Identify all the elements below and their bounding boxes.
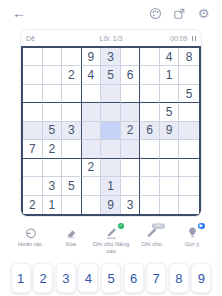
timer-value: 00:09 (170, 35, 188, 42)
cell-r8c9[interactable] (179, 177, 199, 195)
numpad-7[interactable]: 7 (146, 263, 166, 293)
cell-r8c3[interactable]: 5 (62, 177, 82, 195)
cell-r1c8[interactable]: 4 (160, 48, 180, 66)
numpad-9[interactable]: 9 (191, 263, 211, 293)
cell-r5c8[interactable]: 9 (160, 122, 180, 140)
cell-r4c6[interactable] (121, 103, 141, 121)
cell-r9c9[interactable] (179, 196, 199, 214)
cell-r9c6[interactable]: 3 (121, 196, 141, 214)
cell-r8c5[interactable]: 1 (101, 177, 121, 195)
cell-r7c4[interactable]: 2 (82, 159, 102, 177)
cell-r3c4[interactable] (82, 85, 102, 103)
notes-pencil-icon (132, 226, 172, 239)
cell-r7c3[interactable] (62, 159, 82, 177)
cell-r1c3[interactable] (62, 48, 82, 66)
cell-r2c8[interactable]: 1 (160, 66, 180, 84)
undo-button[interactable]: Hoàn tác (10, 226, 50, 255)
hint-button[interactable]: ▶ Gợi ý (172, 226, 212, 255)
cell-r1c4[interactable]: 9 (82, 48, 102, 66)
cell-r2c3[interactable]: 2 (62, 66, 82, 84)
numpad-3[interactable]: 3 (56, 263, 76, 293)
cell-r5c2[interactable]: 5 (43, 122, 63, 140)
cell-r8c4[interactable] (82, 177, 102, 195)
cell-r5c9[interactable] (179, 122, 199, 140)
cell-r1c2[interactable] (43, 48, 63, 66)
cell-r7c6[interactable] (121, 159, 141, 177)
cell-r5c6[interactable]: 2 (121, 122, 141, 140)
top-bar: ← ⚙ (0, 0, 222, 26)
numpad-8[interactable]: 8 (169, 263, 189, 293)
cell-r3c6[interactable] (121, 85, 141, 103)
cell-r6c3[interactable] (62, 140, 82, 158)
cell-r9c5[interactable]: 9 (101, 196, 121, 214)
pause-button[interactable] (192, 36, 197, 41)
cell-r2c5[interactable]: 5 (101, 66, 121, 84)
numpad-1[interactable]: 1 (11, 263, 31, 293)
cell-r6c8[interactable] (160, 140, 180, 158)
cell-r6c4[interactable] (82, 140, 102, 158)
cell-r8c2[interactable]: 3 (43, 177, 63, 195)
hint-badge: ▶ (198, 223, 205, 229)
cell-r8c1[interactable] (23, 177, 43, 195)
cell-r3c9[interactable]: 5 (179, 85, 199, 103)
cell-r6c1[interactable]: 7 (23, 140, 43, 158)
cell-r6c9[interactable] (179, 140, 199, 158)
cell-r7c2[interactable] (43, 159, 63, 177)
toolbar: Hoàn tác Xóa ✓ Ghi chú Nâng cao TẮT Ghi … (0, 226, 222, 255)
notes-button[interactable]: TẮT Ghi chú (132, 226, 172, 255)
advanced-notes-button[interactable]: ✓ Ghi chú Nâng cao (91, 226, 131, 255)
cell-r2c2[interactable] (43, 66, 63, 84)
advanced-notes-badge: ✓ (118, 223, 124, 229)
cell-r5c4[interactable] (82, 122, 102, 140)
cell-r2c7[interactable] (140, 66, 160, 84)
cell-r6c7[interactable] (140, 140, 160, 158)
cell-r7c1[interactable] (23, 159, 43, 177)
status-bar: Dễ Lỗi: 1/3 00:09 (21, 30, 201, 46)
cell-r1c5[interactable]: 3 (101, 48, 121, 66)
cell-r4c1[interactable] (23, 103, 43, 121)
cell-r2c9[interactable] (179, 66, 199, 84)
advanced-notes-pencil-icon (91, 226, 131, 239)
cell-r2c6[interactable]: 6 (121, 66, 141, 84)
cell-r5c1[interactable] (23, 122, 43, 140)
cell-r1c7[interactable] (140, 48, 160, 66)
cell-r3c7[interactable] (140, 85, 160, 103)
cell-r3c8[interactable] (160, 85, 180, 103)
cell-r8c7[interactable] (140, 177, 160, 195)
sudoku-board: 93482456155532697223512193 (21, 46, 201, 216)
cell-r2c4[interactable]: 4 (82, 66, 102, 84)
cell-r7c5[interactable] (101, 159, 121, 177)
cell-r6c5[interactable] (101, 140, 121, 158)
cell-r9c4[interactable] (82, 196, 102, 214)
cell-r4c5[interactable] (101, 103, 121, 121)
eraser-icon (51, 226, 91, 239)
cell-r3c5[interactable] (101, 85, 121, 103)
cell-r4c9[interactable] (179, 103, 199, 121)
numpad-5[interactable]: 5 (101, 263, 121, 293)
cell-r4c3[interactable] (62, 103, 82, 121)
numpad-4[interactable]: 4 (78, 263, 98, 293)
cell-r9c1[interactable]: 2 (23, 196, 43, 214)
cell-r9c7[interactable] (140, 196, 160, 214)
cell-r5c5[interactable] (101, 122, 121, 140)
cell-r7c7[interactable] (140, 159, 160, 177)
cell-r6c2[interactable]: 2 (43, 140, 63, 158)
cell-r3c1[interactable] (23, 85, 43, 103)
hint-lightbulb-icon (172, 226, 212, 239)
notes-badge: TẮT (152, 223, 165, 229)
cell-r3c3[interactable] (62, 85, 82, 103)
numpad-2[interactable]: 2 (33, 263, 53, 293)
theme-palette-icon[interactable] (149, 7, 162, 20)
cell-r3c2[interactable] (43, 85, 63, 103)
numpad-6[interactable]: 6 (124, 263, 144, 293)
difficulty-label: Dễ (26, 35, 83, 42)
cell-r9c2[interactable]: 1 (43, 196, 63, 214)
cell-r1c6[interactable] (121, 48, 141, 66)
cell-r1c9[interactable]: 8 (179, 48, 199, 66)
cell-r4c8[interactable]: 5 (160, 103, 180, 121)
cell-r2c1[interactable] (23, 66, 43, 84)
timer-area: 00:09 (139, 35, 196, 42)
cell-r8c8[interactable] (160, 177, 180, 195)
cell-r4c7[interactable] (140, 103, 160, 121)
cell-r5c7[interactable]: 6 (140, 122, 160, 140)
cell-r7c8[interactable] (160, 159, 180, 177)
export-icon[interactable] (173, 7, 186, 20)
cell-r5c3[interactable]: 3 (62, 122, 82, 140)
cell-r8c6[interactable] (121, 177, 141, 195)
cell-r6c6[interactable] (121, 140, 141, 158)
board-card: Dễ Lỗi: 1/3 00:09 9348245615553269722351… (20, 29, 202, 217)
number-pad: 123456789 (0, 263, 222, 293)
cell-r4c2[interactable] (43, 103, 63, 121)
undo-icon (10, 226, 50, 239)
cell-r7c9[interactable] (179, 159, 199, 177)
mistakes-counter: Lỗi: 1/3 (83, 35, 140, 42)
cell-r9c8[interactable] (160, 196, 180, 214)
cell-r9c3[interactable] (62, 196, 82, 214)
cell-r4c4[interactable] (82, 103, 102, 121)
settings-gear-icon[interactable]: ⚙ (197, 7, 210, 20)
cell-r1c1[interactable] (23, 48, 43, 66)
back-button[interactable]: ← (12, 5, 26, 21)
erase-button[interactable]: Xóa (51, 226, 91, 255)
